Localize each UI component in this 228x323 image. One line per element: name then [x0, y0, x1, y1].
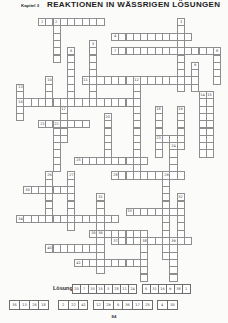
solution-cell[interactable]: 18	[38, 300, 49, 310]
clue-number: 28	[113, 174, 117, 178]
grid-cell[interactable]	[155, 149, 163, 157]
solution-cell-number: 4	[161, 303, 163, 307]
grid-cell[interactable]	[140, 274, 148, 282]
grid-cell[interactable]	[60, 135, 68, 143]
grid-cell[interactable]	[169, 274, 177, 282]
clue-number: 35	[91, 232, 95, 236]
solution-cell-number: 1	[185, 287, 187, 291]
solution-cell[interactable]: 30	[167, 300, 178, 310]
solution-cell-number: 5	[145, 287, 147, 291]
solution-cell[interactable]: 41	[78, 300, 89, 310]
clue-number: 30	[25, 188, 29, 192]
clue-number: 4	[114, 35, 116, 39]
solution-cell-number: 41	[81, 303, 85, 307]
grid-cell[interactable]	[82, 120, 90, 128]
grid-cell[interactable]	[96, 266, 104, 274]
clue-number: 15	[208, 93, 212, 97]
grid-cell[interactable]	[177, 208, 185, 216]
clue-number: 24	[171, 145, 175, 149]
solution-cell-number: 16	[160, 287, 164, 291]
solution-cell[interactable]: 1	[182, 284, 191, 294]
clue-number: 5	[92, 42, 94, 46]
clue-number: 3	[180, 20, 182, 24]
solution-cell-number: 35	[12, 303, 16, 307]
clue-number: 10	[47, 79, 51, 83]
clue-number: 27	[69, 174, 73, 178]
grid-cell[interactable]	[184, 33, 192, 41]
solution-cell-number: 36	[126, 303, 130, 307]
chapter-label: Kapitel 3	[21, 3, 39, 7]
clue-number: 11	[84, 79, 88, 83]
grid-cell[interactable]	[213, 76, 221, 84]
crossword-grid: 1234567891011121314151617181920212223242…	[16, 18, 228, 281]
grid-cell[interactable]	[177, 84, 185, 92]
solution-cell-number: 18	[42, 303, 46, 307]
solution-cell[interactable]: 24	[128, 284, 137, 294]
solution-cell-number: 30	[170, 303, 174, 307]
solution-cell-number: 29	[106, 303, 110, 307]
clue-number: 13	[18, 86, 22, 90]
clue-number: 6	[70, 50, 72, 54]
solution-cell-number: 25	[145, 303, 149, 307]
solution-cell-number: 13	[22, 303, 26, 307]
clue-number: 18	[157, 108, 161, 112]
solution-cell-number: 38	[176, 287, 180, 291]
solution-cell-number: 7	[83, 287, 85, 291]
grid-cell[interactable]	[53, 164, 61, 172]
clue-number: 26	[47, 174, 51, 178]
clue-number: 17	[62, 108, 66, 112]
clue-number: 2	[56, 20, 58, 24]
clue-number: 33	[127, 210, 131, 214]
grid-cell[interactable]	[67, 222, 75, 230]
solution-cell-number: 6	[117, 303, 119, 307]
grid-cell[interactable]	[96, 244, 104, 252]
clue-number: 9	[194, 64, 196, 68]
clue-number: 16	[18, 101, 22, 105]
solution-cell-number: 26	[32, 303, 36, 307]
clue-number: 19	[179, 108, 183, 112]
clue-number: 8	[216, 50, 218, 54]
grid-cell[interactable]	[16, 113, 24, 121]
clue-number: 39	[171, 239, 175, 243]
solution-cell-number: 31	[152, 287, 156, 291]
clue-number: 7	[114, 50, 116, 54]
solution-cell-number: 24	[130, 287, 134, 291]
clue-number: 29	[164, 174, 168, 178]
page-title: REAKTIONEN IN WÄSSRIGEN LÖSUNGEN	[47, 0, 220, 9]
solution-cell-number: 12	[96, 303, 100, 307]
grid-cell[interactable]	[96, 18, 104, 26]
solution-cell-number: 33	[90, 287, 94, 291]
clue-number: 12	[135, 79, 139, 83]
grid-cell[interactable]	[140, 259, 148, 267]
clue-number: 14	[200, 93, 204, 97]
grid-cell[interactable]	[111, 215, 119, 223]
solution-cell-number: 11	[122, 287, 126, 291]
grid-cell[interactable]	[206, 149, 214, 157]
clue-number: 32	[179, 196, 183, 200]
grid-cell[interactable]	[53, 55, 61, 63]
clue-number: 22	[54, 123, 58, 127]
solution-cell-number: 3	[107, 287, 109, 291]
clue-number: 31	[98, 196, 102, 200]
grid-cell[interactable]	[184, 237, 192, 245]
solution-cell-number: 15	[98, 287, 102, 291]
solution-cell-number: 9	[169, 287, 171, 291]
clue-number: 20	[106, 115, 110, 119]
clue-number: 41	[76, 261, 80, 265]
clue-number: 40	[47, 247, 51, 251]
clue-number: 36	[98, 232, 102, 236]
solution-cell-number: 17	[135, 303, 139, 307]
solution-cell-number: 2	[62, 303, 64, 307]
solution-cell[interactable]: 25	[142, 300, 153, 310]
grid-cell[interactable]	[67, 186, 75, 194]
page-number: 84	[0, 313, 228, 320]
clue-number: 25	[76, 159, 80, 163]
grid-cell[interactable]	[177, 142, 185, 150]
solution-cell-number: 22	[71, 303, 75, 307]
grid-cell[interactable]	[140, 157, 148, 165]
worksheet-page: Kapitel 3 REAKTIONEN IN WÄSSRIGEN LÖSUNG…	[0, 0, 228, 323]
clue-number: 34	[18, 218, 22, 222]
clue-number: 1	[41, 20, 43, 24]
grid-cell[interactable]	[191, 76, 199, 84]
grid-cell[interactable]	[177, 135, 185, 143]
solution-cell-number: 20	[74, 287, 78, 291]
clue-number: 38	[142, 239, 146, 243]
clue-number: 23	[157, 137, 161, 141]
grid-cell[interactable]	[177, 171, 185, 179]
clue-number: 21	[40, 123, 44, 127]
clue-number: 37	[113, 239, 117, 243]
solution-cell-number: 28	[114, 287, 118, 291]
grid-cell[interactable]	[133, 98, 141, 106]
